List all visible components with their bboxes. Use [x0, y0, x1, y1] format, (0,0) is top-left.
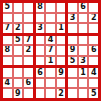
cell-r1c6[interactable] [57, 3, 66, 12]
cell-r4c2[interactable]: 5 [14, 36, 23, 45]
cell-r8c4[interactable] [36, 79, 45, 88]
cell-r6c8[interactable]: 3 [79, 57, 88, 66]
cell-r9c8[interactable] [79, 89, 88, 98]
cell-r2c2[interactable] [14, 14, 23, 23]
cell-r2c6[interactable] [57, 14, 66, 23]
cell-r4c3[interactable]: 7 [24, 36, 33, 45]
box-2-1: 5782 [3, 36, 33, 66]
cell-r7c7[interactable] [68, 68, 77, 77]
cell-r1c3[interactable] [24, 3, 33, 12]
cell-r1c8[interactable]: 6 [79, 3, 88, 12]
cell-r2c1[interactable] [3, 14, 12, 23]
cell-r6c7[interactable]: 5 [68, 57, 77, 66]
cell-r3c6[interactable]: 1 [57, 24, 66, 33]
cell-r2c4[interactable] [36, 14, 45, 23]
cell-r9c9[interactable]: 5 [89, 89, 98, 98]
cell-r8c9[interactable] [89, 79, 98, 88]
cell-r7c2[interactable] [14, 68, 23, 77]
box-3-3: 145 [68, 68, 98, 98]
box-2-3: 9653 [68, 36, 98, 66]
cell-r9c4[interactable] [36, 89, 45, 98]
cell-r1c1[interactable]: 5 [3, 3, 12, 12]
cell-r2c7[interactable]: 3 [68, 14, 77, 23]
cell-r6c5[interactable]: 1 [46, 57, 55, 66]
box-1-2: 831 [36, 3, 66, 33]
cell-r9c7[interactable] [68, 89, 77, 98]
box-1-1: 572 [3, 3, 33, 33]
cell-r9c6[interactable]: 2 [57, 89, 66, 98]
cell-r2c8[interactable] [79, 14, 88, 23]
cell-r2c3[interactable] [24, 14, 33, 23]
sudoku-board: 57283163257824719653469692145 [0, 0, 101, 101]
cell-r3c2[interactable]: 2 [14, 24, 23, 33]
cell-r1c2[interactable] [14, 3, 23, 12]
box-3-1: 469 [3, 68, 33, 98]
cell-r7c3[interactable] [24, 68, 33, 77]
cell-r5c1[interactable]: 8 [3, 46, 12, 55]
cell-r3c1[interactable]: 7 [3, 24, 12, 33]
cell-r5c6[interactable] [57, 46, 66, 55]
cell-r4c6[interactable] [57, 36, 66, 45]
box-3-2: 692 [36, 68, 66, 98]
cell-r9c5[interactable] [46, 89, 55, 98]
cell-r2c9[interactable]: 2 [89, 14, 98, 23]
cell-r3c8[interactable] [79, 24, 88, 33]
cell-r9c1[interactable] [3, 89, 12, 98]
cell-r5c7[interactable]: 9 [68, 46, 77, 55]
cell-r9c2[interactable]: 9 [14, 89, 23, 98]
cell-r5c2[interactable] [14, 46, 23, 55]
cell-r5c8[interactable] [79, 46, 88, 55]
cell-r2c5[interactable] [46, 14, 55, 23]
cell-r7c4[interactable]: 6 [36, 68, 45, 77]
cell-r5c4[interactable] [36, 46, 45, 55]
cell-r8c5[interactable] [46, 79, 55, 88]
box-1-3: 632 [68, 3, 98, 33]
cell-r7c8[interactable]: 1 [79, 68, 88, 77]
cell-r4c8[interactable] [79, 36, 88, 45]
cell-r3c4[interactable]: 3 [36, 24, 45, 33]
cell-r4c1[interactable] [3, 36, 12, 45]
cell-r7c9[interactable]: 4 [89, 68, 98, 77]
cell-r8c8[interactable] [79, 79, 88, 88]
cell-r1c9[interactable] [89, 3, 98, 12]
cell-r5c5[interactable]: 7 [46, 46, 55, 55]
cell-r4c5[interactable]: 4 [46, 36, 55, 45]
cell-r6c1[interactable] [3, 57, 12, 66]
cell-r1c5[interactable] [46, 3, 55, 12]
cell-r3c5[interactable] [46, 24, 55, 33]
cell-r7c1[interactable] [3, 68, 12, 77]
cell-r1c7[interactable] [68, 3, 77, 12]
cell-r6c2[interactable] [14, 57, 23, 66]
cell-r5c9[interactable]: 6 [89, 46, 98, 55]
cell-r8c1[interactable]: 4 [3, 79, 12, 88]
box-2-2: 471 [36, 36, 66, 66]
cell-r6c6[interactable] [57, 57, 66, 66]
cell-r3c7[interactable] [68, 24, 77, 33]
cell-r7c6[interactable]: 9 [57, 68, 66, 77]
cell-r3c9[interactable] [89, 24, 98, 33]
cell-r4c7[interactable] [68, 36, 77, 45]
cell-r8c6[interactable] [57, 79, 66, 88]
cell-r1c4[interactable]: 8 [36, 3, 45, 12]
cell-r8c3[interactable]: 6 [24, 79, 33, 88]
cell-r3c3[interactable] [24, 24, 33, 33]
cell-r8c7[interactable] [68, 79, 77, 88]
cell-r6c4[interactable] [36, 57, 45, 66]
cell-r5c3[interactable]: 2 [24, 46, 33, 55]
cell-r9c3[interactable] [24, 89, 33, 98]
cell-r4c9[interactable] [89, 36, 98, 45]
cell-r7c5[interactable] [46, 68, 55, 77]
cell-r8c2[interactable] [14, 79, 23, 88]
cell-r6c9[interactable] [89, 57, 98, 66]
cell-r6c3[interactable] [24, 57, 33, 66]
cell-r4c4[interactable] [36, 36, 45, 45]
